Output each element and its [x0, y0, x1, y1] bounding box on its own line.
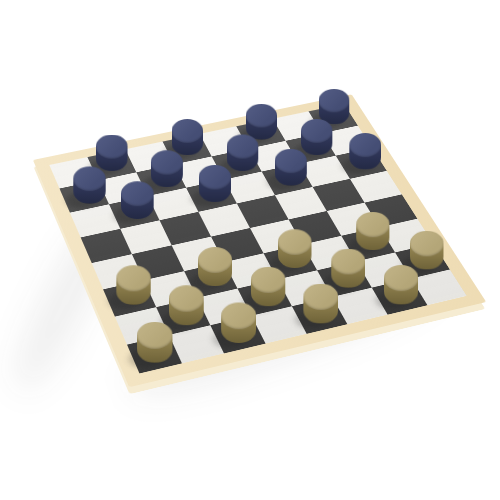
piece-top-face	[121, 181, 154, 206]
checker-navy-r2c3[interactable]	[151, 150, 183, 187]
piece-top-face	[198, 247, 232, 273]
piece-top-face	[251, 266, 286, 292]
piece-top-face	[410, 230, 444, 256]
piece-top-face	[331, 248, 365, 274]
checker-olive-r8c7[interactable]	[384, 265, 419, 305]
checker-navy-r3c4[interactable]	[198, 165, 230, 202]
piece-top-face	[384, 265, 419, 291]
piece-top-face	[356, 212, 389, 237]
checker-navy-r3c6[interactable]	[275, 149, 307, 186]
piece-top-face	[303, 283, 338, 309]
checkers-board	[33, 94, 486, 387]
checker-olive-r8c3[interactable]	[221, 302, 256, 343]
checker-olive-r7c6[interactable]	[331, 248, 365, 287]
checker-olive-r7c8[interactable]	[410, 230, 444, 269]
piece-top-face	[169, 285, 204, 311]
checker-olive-r6c1[interactable]	[116, 265, 151, 305]
pieces-layer	[33, 94, 486, 387]
piece-top-face	[301, 119, 333, 143]
piece-top-face	[73, 166, 106, 191]
checker-navy-r2c5[interactable]	[226, 134, 258, 171]
checker-olive-r8c1[interactable]	[137, 321, 173, 362]
piece-top-face	[275, 149, 307, 173]
product-photo-scene	[0, 0, 500, 500]
piece-top-face	[318, 89, 349, 112]
piece-top-face	[137, 321, 173, 348]
checker-navy-r2c1[interactable]	[73, 166, 106, 203]
piece-top-face	[349, 133, 381, 157]
checker-olive-r6c5[interactable]	[278, 229, 312, 268]
checker-olive-r7c2[interactable]	[169, 285, 204, 325]
piece-top-face	[96, 134, 128, 158]
checker-olive-r8c5[interactable]	[303, 283, 338, 323]
piece-top-face	[151, 150, 183, 174]
piece-top-face	[116, 265, 151, 291]
checker-olive-r6c3[interactable]	[198, 247, 232, 286]
piece-top-face	[226, 134, 258, 158]
checker-olive-r7c4[interactable]	[251, 266, 286, 306]
piece-top-face	[246, 104, 277, 128]
piece-top-face	[278, 229, 312, 255]
checker-navy-r3c8[interactable]	[349, 133, 381, 170]
checker-olive-r6c7[interactable]	[356, 212, 389, 251]
piece-top-face	[221, 302, 256, 329]
piece-top-face	[171, 119, 203, 143]
piece-top-face	[198, 165, 230, 190]
board-wooden-frame	[33, 94, 486, 387]
checker-navy-r3c2[interactable]	[121, 181, 154, 219]
